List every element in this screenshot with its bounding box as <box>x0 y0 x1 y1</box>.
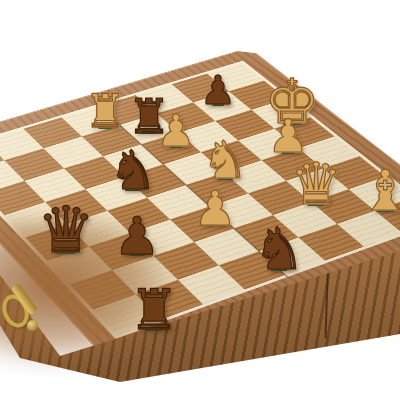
chess-set-photo: ♟♚♜♜♟♟♞♞♛♝♟♛♟♞♜ <box>0 0 400 400</box>
bishop-glyph: ♝ <box>360 163 400 219</box>
piece-black-knight-c1[interactable]: ♞ <box>253 220 305 278</box>
pieces-layer: ♟♚♜♜♟♟♞♞♛♝♟♛♟♞♜ <box>0 0 400 400</box>
knight-glyph: ♞ <box>202 134 249 186</box>
piece-black-knight-e4[interactable]: ♞ <box>109 144 157 198</box>
piece-black-pawn-b8[interactable]: ♟ <box>200 70 236 110</box>
queen-glyph: ♛ <box>290 155 342 213</box>
knight-glyph: ♞ <box>253 220 305 278</box>
piece-black-pawn-f2[interactable]: ♟ <box>114 210 161 262</box>
piece-white-rook-e8[interactable]: ♜ <box>84 88 125 134</box>
queen-glyph: ♛ <box>37 198 94 262</box>
rook-glyph: ♜ <box>84 88 125 134</box>
piece-white-pawn-d3[interactable]: ♟ <box>193 184 236 232</box>
knight-glyph: ♞ <box>109 144 157 198</box>
pawn-glyph: ♟ <box>200 70 236 110</box>
piece-white-pawn-c6[interactable]: ♟ <box>156 109 195 153</box>
piece-white-knight-c4[interactable]: ♞ <box>202 134 249 186</box>
pawn-glyph: ♟ <box>156 109 195 153</box>
piece-black-rook-f1[interactable]: ♜ <box>129 282 179 338</box>
piece-white-queen-b3[interactable]: ♛ <box>290 155 342 213</box>
pawn-glyph: ♟ <box>114 210 161 262</box>
piece-black-queen-g3[interactable]: ♛ <box>37 198 94 262</box>
rook-glyph: ♜ <box>129 282 179 338</box>
piece-white-bishop-a2[interactable]: ♝ <box>360 163 400 219</box>
pawn-glyph: ♟ <box>193 184 236 232</box>
